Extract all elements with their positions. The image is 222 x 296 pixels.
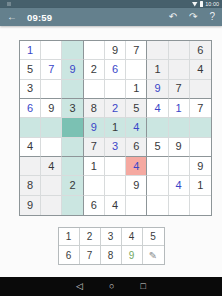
cell-r3c7[interactable]: 9 [147, 80, 168, 99]
cell-r3c3[interactable] [62, 80, 83, 99]
status-bar: 10:00 [0, 0, 222, 8]
cell-r8c8[interactable]: 4 [169, 176, 190, 195]
cell-r6c7[interactable]: 5 [147, 138, 168, 157]
cell-r5c7[interactable] [147, 118, 168, 137]
cell-r9c8[interactable] [169, 196, 190, 215]
cell-r1c7[interactable] [147, 41, 168, 60]
cell-r2c1[interactable]: 5 [20, 60, 41, 79]
cell-r2c3[interactable]: 9 [62, 60, 83, 79]
content: 1976579261431976938254179144736594149829… [0, 26, 222, 296]
cell-r1c5[interactable]: 9 [105, 41, 126, 60]
nav-home-icon[interactable]: ○ [109, 282, 114, 291]
cell-r8c6[interactable]: 9 [126, 176, 147, 195]
screen: 10:00 ← 09:59 ↶ ↷ ? 19765792614319769382… [0, 0, 222, 296]
cell-r9c1[interactable]: 9 [20, 196, 41, 215]
cell-r4c8[interactable]: 1 [169, 99, 190, 118]
cell-r7c2[interactable]: 4 [41, 157, 62, 176]
cell-r2c8[interactable] [169, 60, 190, 79]
cell-r2c4[interactable]: 2 [84, 60, 105, 79]
back-button[interactable]: ← [7, 12, 17, 22]
cell-r1c2[interactable] [41, 41, 62, 60]
cell-r3c4[interactable] [84, 80, 105, 99]
cell-r2c2[interactable]: 7 [41, 60, 62, 79]
timer: 09:59 [27, 12, 52, 23]
help-button[interactable]: ? [209, 12, 215, 22]
cell-r7c4[interactable]: 1 [84, 157, 105, 176]
cell-r3c5[interactable] [105, 80, 126, 99]
cell-r7c5[interactable] [105, 157, 126, 176]
cell-r5c1[interactable] [20, 118, 41, 137]
cell-r4c1[interactable]: 6 [20, 99, 41, 118]
numpad-key-2[interactable]: 2 [80, 228, 101, 246]
cell-r4c9[interactable]: 7 [190, 99, 211, 118]
nav-recents-icon[interactable]: □ [140, 282, 145, 291]
cell-r7c7[interactable] [147, 157, 168, 176]
cell-r1c8[interactable] [169, 41, 190, 60]
cell-r8c3[interactable]: 2 [62, 176, 83, 195]
cell-r6c4[interactable]: 7 [84, 138, 105, 157]
cell-r1c4[interactable] [84, 41, 105, 60]
redo-button[interactable]: ↷ [189, 12, 197, 22]
cell-r9c3[interactable] [62, 196, 83, 215]
cell-r1c6[interactable]: 7 [126, 41, 147, 60]
cell-r2c7[interactable]: 1 [147, 60, 168, 79]
cell-r4c2[interactable]: 9 [41, 99, 62, 118]
cell-r2c6[interactable] [126, 60, 147, 79]
cell-r9c7[interactable] [147, 196, 168, 215]
cell-r7c1[interactable] [20, 157, 41, 176]
cell-r5c9[interactable] [190, 118, 211, 137]
cell-r3c2[interactable] [41, 80, 62, 99]
cell-r6c2[interactable] [41, 138, 62, 157]
cell-r6c6[interactable]: 6 [126, 138, 147, 157]
numpad-key-5[interactable]: 5 [143, 228, 164, 246]
cell-r5c2[interactable] [41, 118, 62, 137]
cell-r7c3[interactable] [62, 157, 83, 176]
wifi-icon [192, 2, 198, 7]
cell-r4c3[interactable]: 3 [62, 99, 83, 118]
cell-r8c1[interactable]: 8 [20, 176, 41, 195]
numpad: 123456789✎ [58, 227, 165, 265]
cell-r4c4[interactable]: 8 [84, 99, 105, 118]
cell-r3c8[interactable]: 7 [169, 80, 190, 99]
numpad-key-6[interactable]: 6 [59, 246, 80, 264]
cell-r1c9[interactable]: 6 [190, 41, 211, 60]
numpad-key-7[interactable]: 7 [80, 246, 101, 264]
pencil-key[interactable]: ✎ [143, 246, 164, 264]
cell-r4c7[interactable]: 4 [147, 99, 168, 118]
cell-r8c4[interactable] [84, 176, 105, 195]
cell-r6c1[interactable]: 4 [20, 138, 41, 157]
cell-r5c4[interactable]: 9 [84, 118, 105, 137]
cell-r6c8[interactable]: 9 [169, 138, 190, 157]
android-nav-bar: ◁ ○ □ [0, 277, 222, 296]
cell-r4c5[interactable]: 2 [105, 99, 126, 118]
cell-r7c9[interactable]: 9 [190, 157, 211, 176]
cell-r5c8[interactable] [169, 118, 190, 137]
cell-r1c1[interactable]: 1 [20, 41, 41, 60]
cell-r9c5[interactable]: 4 [105, 196, 126, 215]
cell-r1c3[interactable] [62, 41, 83, 60]
cell-r4c6[interactable]: 5 [126, 99, 147, 118]
cell-r8c2[interactable] [41, 176, 62, 195]
app-bar: ← 09:59 ↶ ↷ ? [0, 8, 222, 26]
cell-r9c2[interactable] [41, 196, 62, 215]
cell-r9c6[interactable] [126, 196, 147, 215]
cell-r8c5[interactable] [105, 176, 126, 195]
cell-r5c3[interactable] [62, 118, 83, 137]
numpad-key-4[interactable]: 4 [122, 228, 143, 246]
numpad-key-9[interactable]: 9 [122, 246, 143, 264]
notification-icon [7, 2, 11, 6]
cell-r9c9[interactable] [190, 196, 211, 215]
cell-r8c9[interactable]: 1 [190, 176, 211, 195]
numpad-key-8[interactable]: 8 [101, 246, 122, 264]
cell-r3c1[interactable]: 3 [20, 80, 41, 99]
cell-r9c4[interactable]: 6 [84, 196, 105, 215]
cell-r2c5[interactable]: 6 [105, 60, 126, 79]
sudoku-board: 1976579261431976938254179144736594149829… [19, 40, 212, 216]
cell-r6c9[interactable] [190, 138, 211, 157]
nav-back-icon[interactable]: ◁ [76, 282, 83, 291]
cell-r3c9[interactable] [190, 80, 211, 99]
battery-icon [200, 1, 204, 7]
numpad-key-3[interactable]: 3 [101, 228, 122, 246]
cell-r5c6[interactable]: 4 [126, 118, 147, 137]
undo-button[interactable]: ↶ [169, 12, 177, 22]
cell-r3c6[interactable]: 1 [126, 80, 147, 99]
cell-r2c9[interactable]: 4 [190, 60, 211, 79]
cell-r6c3[interactable] [62, 138, 83, 157]
numpad-key-1[interactable]: 1 [59, 228, 80, 246]
cell-r6c5[interactable]: 3 [105, 138, 126, 157]
status-time: 10:00 [205, 1, 219, 7]
cell-r7c6[interactable]: 4 [126, 157, 147, 176]
cell-r8c7[interactable] [147, 176, 168, 195]
cell-r7c8[interactable] [169, 157, 190, 176]
cell-r5c5[interactable]: 1 [105, 118, 126, 137]
